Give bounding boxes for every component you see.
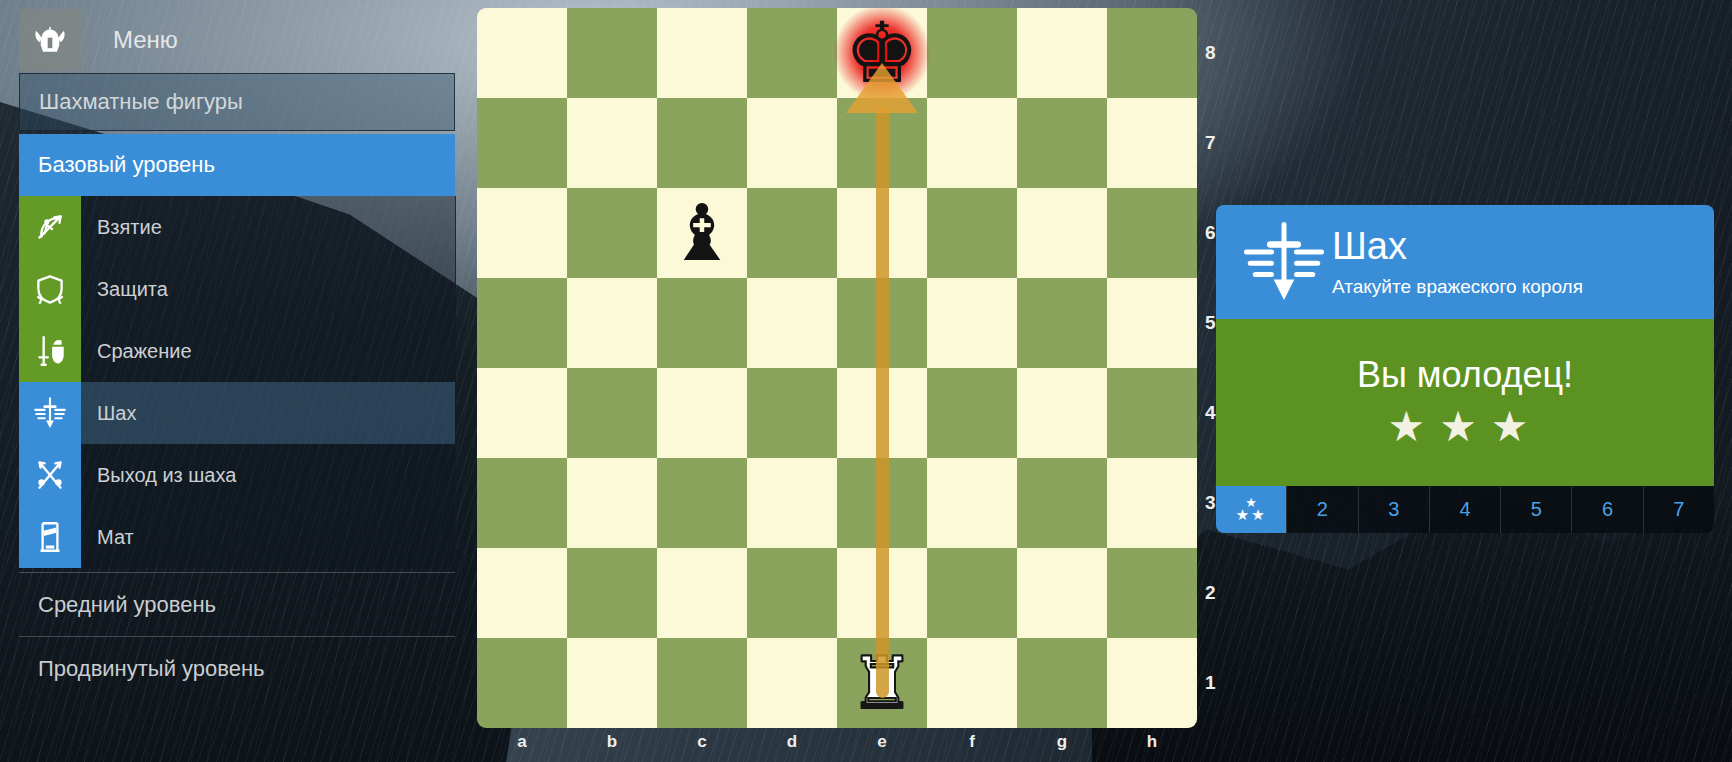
square-a5[interactable] [477, 278, 567, 368]
square-e2[interactable] [837, 548, 927, 638]
check-highlight [833, 8, 931, 102]
menu-header[interactable]: Меню [19, 9, 178, 71]
square-c1[interactable] [657, 638, 747, 728]
square-f4[interactable] [927, 368, 1017, 458]
square-d2[interactable] [747, 548, 837, 638]
square-c2[interactable] [657, 548, 747, 638]
result-message: Вы молодец! [1357, 354, 1573, 396]
square-h4[interactable] [1107, 368, 1197, 458]
guillotine-icon [19, 506, 81, 568]
sidebar-section-pieces[interactable]: Шахматные фигуры [19, 73, 455, 131]
chess-board[interactable]: ♚♝♜ [477, 8, 1197, 728]
file-label-c: c [657, 732, 747, 752]
level-number: 3 [1388, 498, 1399, 521]
level-tab-2[interactable]: 2 [1286, 486, 1357, 533]
square-e6[interactable] [837, 188, 927, 278]
sidebar-item-label: Сражение [81, 340, 192, 363]
square-a4[interactable] [477, 368, 567, 458]
lesson-title: Шах [1332, 226, 1583, 268]
level-tab-7[interactable]: 7 [1643, 486, 1714, 533]
sidebar-section-advanced[interactable]: Продвинутый уровень [19, 636, 455, 700]
square-a2[interactable] [477, 548, 567, 638]
level-number: 5 [1531, 498, 1542, 521]
level-number: 4 [1459, 498, 1470, 521]
square-d4[interactable] [747, 368, 837, 458]
lesson-list: Взятие Защита Сражение [19, 196, 456, 568]
sidebar-item-capture[interactable]: Взятие [19, 196, 455, 258]
sidebar-section-label: Продвинутый уровень [38, 656, 265, 682]
sidebar-item-check[interactable]: Шах [19, 382, 455, 444]
rank-label-1: 1 [1205, 638, 1231, 728]
square-b7[interactable] [567, 98, 657, 188]
sidebar-item-escape-check[interactable]: Выход из шаха [19, 444, 455, 506]
white-rook[interactable]: ♜ [837, 638, 927, 728]
square-d7[interactable] [747, 98, 837, 188]
black-bishop[interactable]: ♝ [657, 188, 747, 278]
sidebar-item-battle[interactable]: Сражение [19, 320, 455, 382]
level-tab-1[interactable]: ★★★ [1216, 486, 1286, 533]
square-c3[interactable] [657, 458, 747, 548]
square-e8[interactable]: ♚ [837, 8, 927, 98]
bow-icon [19, 196, 81, 258]
square-g4[interactable] [1017, 368, 1107, 458]
square-e7[interactable] [837, 98, 927, 188]
sidebar-item-label: Шах [81, 402, 136, 425]
result-stars: ★★★ [1388, 402, 1543, 451]
square-g6[interactable] [1017, 188, 1107, 278]
square-a8[interactable] [477, 8, 567, 98]
square-c5[interactable] [657, 278, 747, 368]
square-f5[interactable] [927, 278, 1017, 368]
square-e1[interactable]: ♜ [837, 638, 927, 728]
lesson-subtitle: Атакуйте вражеского короля [1332, 276, 1583, 298]
sidebar-section-basic-level[interactable]: Базовый уровень [19, 134, 455, 196]
square-b1[interactable] [567, 638, 657, 728]
square-d5[interactable] [747, 278, 837, 368]
lesson-panel: Шах Атакуйте вражеского короля Вы молоде… [1216, 205, 1714, 533]
winged-sword-icon [1236, 217, 1332, 307]
file-label-g: g [1017, 732, 1107, 752]
file-label-h: h [1107, 732, 1197, 752]
square-h5[interactable] [1107, 278, 1197, 368]
square-a6[interactable] [477, 188, 567, 278]
menu-label: Меню [113, 26, 178, 54]
crossed-spears-icon [19, 444, 81, 506]
square-h7[interactable] [1107, 98, 1197, 188]
square-h2[interactable] [1107, 548, 1197, 638]
sidebar-section-label: Базовый уровень [38, 152, 215, 178]
level-tab-5[interactable]: 5 [1500, 486, 1571, 533]
sidebar-item-label: Мат [81, 526, 134, 549]
rank-label-2: 2 [1205, 548, 1231, 638]
square-f6[interactable] [927, 188, 1017, 278]
square-c7[interactable] [657, 98, 747, 188]
square-e5[interactable] [837, 278, 927, 368]
sidebar-item-label: Защита [81, 278, 168, 301]
square-h3[interactable] [1107, 458, 1197, 548]
square-f1[interactable] [927, 638, 1017, 728]
shield-icon [19, 258, 81, 320]
sidebar-item-mate[interactable]: Мат [19, 506, 455, 568]
file-labels: abcdefgh [477, 732, 1197, 758]
square-f3[interactable] [927, 458, 1017, 548]
file-label-b: b [567, 732, 657, 752]
sidebar-item-label: Выход из шаха [81, 464, 236, 487]
helmet-icon [19, 9, 81, 71]
square-g3[interactable] [1017, 458, 1107, 548]
square-e4[interactable] [837, 368, 927, 458]
sidebar-item-defense[interactable]: Защита [19, 258, 455, 320]
square-g1[interactable] [1017, 638, 1107, 728]
square-g2[interactable] [1017, 548, 1107, 638]
file-label-a: a [477, 732, 567, 752]
square-g5[interactable] [1017, 278, 1107, 368]
square-d1[interactable] [747, 638, 837, 728]
level-number: 7 [1673, 498, 1684, 521]
square-c8[interactable] [657, 8, 747, 98]
lesson-header: Шах Атакуйте вражеского короля [1216, 205, 1714, 319]
square-h1[interactable] [1107, 638, 1197, 728]
square-g7[interactable] [1017, 98, 1107, 188]
square-a7[interactable] [477, 98, 567, 188]
square-f2[interactable] [927, 548, 1017, 638]
square-b3[interactable] [567, 458, 657, 548]
level-number: 2 [1317, 498, 1328, 521]
square-d3[interactable] [747, 458, 837, 548]
sword-shield-icon [19, 320, 81, 382]
result-panel: Вы молодец! ★★★ [1216, 319, 1714, 486]
square-b2[interactable] [567, 548, 657, 638]
winged-sword-icon [19, 382, 81, 444]
square-c6[interactable]: ♝ [657, 188, 747, 278]
square-f7[interactable] [927, 98, 1017, 188]
file-label-e: e [837, 732, 927, 752]
square-b5[interactable] [567, 278, 657, 368]
square-f8[interactable] [927, 8, 1017, 98]
square-c4[interactable] [657, 368, 747, 458]
sidebar-section-label: Шахматные фигуры [39, 89, 243, 115]
square-a1[interactable] [477, 638, 567, 728]
sidebar-item-label: Взятие [81, 216, 162, 239]
sidebar-section-intermediate[interactable]: Средний уровень [19, 572, 455, 636]
square-a3[interactable] [477, 458, 567, 548]
file-label-f: f [927, 732, 1017, 752]
square-b8[interactable] [567, 8, 657, 98]
square-h6[interactable] [1107, 188, 1197, 278]
rank-label-8: 8 [1205, 8, 1231, 98]
file-label-d: d [747, 732, 837, 752]
sidebar-section-label: Средний уровень [38, 592, 216, 618]
level-tab-4[interactable]: 4 [1429, 486, 1500, 533]
level-number: 6 [1602, 498, 1613, 521]
chess-board-area: ♚♝♜ abcdefgh 87654321 [477, 8, 1197, 728]
square-b4[interactable] [567, 368, 657, 458]
square-h8[interactable] [1107, 8, 1197, 98]
level-stars: ★★★ [1236, 496, 1267, 523]
rank-label-7: 7 [1205, 98, 1231, 188]
square-d8[interactable] [747, 8, 837, 98]
level-tabs: ★★★234567 [1216, 486, 1714, 533]
level-tab-6[interactable]: 6 [1571, 486, 1642, 533]
square-b6[interactable] [567, 188, 657, 278]
square-g8[interactable] [1017, 8, 1107, 98]
square-e3[interactable] [837, 458, 927, 548]
square-d6[interactable] [747, 188, 837, 278]
level-tab-3[interactable]: 3 [1358, 486, 1429, 533]
